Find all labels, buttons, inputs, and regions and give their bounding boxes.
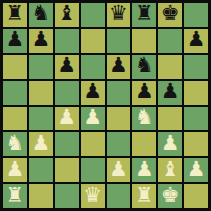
white-pawn-piece[interactable]: ♟ [31,133,50,154]
square-c7[interactable] [55,29,79,53]
square-g2[interactable]: ♝ [158,158,182,182]
square-g6[interactable] [158,55,182,79]
square-b7[interactable]: ♟ [29,29,53,53]
white-pawn-piece[interactable]: ♟ [161,133,180,154]
square-d6[interactable] [81,55,105,79]
square-a5[interactable] [3,81,27,105]
square-c6[interactable]: ♟ [55,55,79,79]
black-rook-piece[interactable]: ♜ [6,3,25,24]
square-h2[interactable]: ♟ [184,158,208,182]
white-pawn-piece[interactable]: ♟ [57,107,76,128]
square-g8[interactable]: ♚ [158,3,182,27]
black-knight-piece[interactable]: ♞ [31,3,50,24]
square-e4[interactable] [107,107,131,131]
black-pawn-piece[interactable]: ♟ [109,55,128,76]
white-bishop-piece[interactable]: ♝ [161,159,180,180]
white-pawn-piece[interactable]: ♟ [6,159,25,180]
black-pawn-piece[interactable]: ♟ [161,81,180,102]
square-h7[interactable]: ♟ [184,29,208,53]
square-f2[interactable]: ♟ [132,158,156,182]
square-h6[interactable] [184,55,208,79]
white-rook-piece[interactable]: ♜ [135,185,154,206]
square-c3[interactable] [55,132,79,156]
square-c5[interactable] [55,81,79,105]
square-b1[interactable] [29,184,53,208]
square-a3[interactable]: ♞ [3,132,27,156]
square-a6[interactable] [3,55,27,79]
square-g4[interactable] [158,107,182,131]
square-b4[interactable] [29,107,53,131]
square-b8[interactable]: ♞ [29,3,53,27]
square-g7[interactable] [158,29,182,53]
black-pawn-piece[interactable]: ♟ [135,81,154,102]
black-queen-piece[interactable]: ♛ [109,3,128,24]
square-e1[interactable] [107,184,131,208]
white-pawn-piece[interactable]: ♟ [83,107,102,128]
black-pawn-piece[interactable]: ♟ [31,29,50,50]
square-e5[interactable] [107,81,131,105]
white-knight-piece[interactable]: ♞ [6,133,25,154]
black-pawn-piece[interactable]: ♟ [83,81,102,102]
square-f3[interactable] [132,132,156,156]
board-frame: ♜♞♝♛♜♚♟♟♟♟♟♞♟♟♟♟♟♞♞♟♟♟♟♟♝♟♜♛♜♚ [0,0,211,211]
white-knight-piece[interactable]: ♞ [135,107,154,128]
square-e6[interactable]: ♟ [107,55,131,79]
square-f1[interactable]: ♜ [132,184,156,208]
square-h3[interactable] [184,132,208,156]
square-a2[interactable]: ♟ [3,158,27,182]
square-h4[interactable] [184,107,208,131]
square-b2[interactable] [29,158,53,182]
square-d4[interactable]: ♟ [81,107,105,131]
square-e8[interactable]: ♛ [107,3,131,27]
square-b5[interactable] [29,81,53,105]
square-c1[interactable] [55,184,79,208]
square-c4[interactable]: ♟ [55,107,79,131]
square-c2[interactable] [55,158,79,182]
square-h5[interactable] [184,81,208,105]
square-a1[interactable]: ♜ [3,184,27,208]
black-pawn-piece[interactable]: ♟ [57,55,76,76]
square-e3[interactable] [107,132,131,156]
black-pawn-piece[interactable]: ♟ [187,29,206,50]
square-f8[interactable]: ♜ [132,3,156,27]
square-h8[interactable] [184,3,208,27]
square-d1[interactable]: ♛ [81,184,105,208]
white-rook-piece[interactable]: ♜ [6,185,25,206]
white-king-piece[interactable]: ♚ [161,185,180,206]
square-e2[interactable]: ♟ [107,158,131,182]
square-a8[interactable]: ♜ [3,3,27,27]
square-d3[interactable] [81,132,105,156]
square-g1[interactable]: ♚ [158,184,182,208]
square-e7[interactable] [107,29,131,53]
square-d2[interactable] [81,158,105,182]
white-pawn-piece[interactable]: ♟ [109,159,128,180]
square-d7[interactable] [81,29,105,53]
square-c8[interactable]: ♝ [55,3,79,27]
white-queen-piece[interactable]: ♛ [83,185,102,206]
square-d5[interactable]: ♟ [81,81,105,105]
black-bishop-piece[interactable]: ♝ [57,3,76,24]
black-pawn-piece[interactable]: ♟ [6,29,25,50]
square-d8[interactable] [81,3,105,27]
square-b3[interactable]: ♟ [29,132,53,156]
square-f5[interactable]: ♟ [132,81,156,105]
white-pawn-piece[interactable]: ♟ [187,159,206,180]
square-b6[interactable] [29,55,53,79]
square-f4[interactable]: ♞ [132,107,156,131]
square-h1[interactable] [184,184,208,208]
square-f7[interactable] [132,29,156,53]
square-g3[interactable]: ♟ [158,132,182,156]
white-pawn-piece[interactable]: ♟ [135,159,154,180]
square-a7[interactable]: ♟ [3,29,27,53]
black-rook-piece[interactable]: ♜ [135,3,154,24]
black-king-piece[interactable]: ♚ [161,3,180,24]
black-knight-piece[interactable]: ♞ [135,55,154,76]
square-a4[interactable] [3,107,27,131]
square-f6[interactable]: ♞ [132,55,156,79]
chess-board: ♜♞♝♛♜♚♟♟♟♟♟♞♟♟♟♟♟♞♞♟♟♟♟♟♝♟♜♛♜♚ [3,3,208,208]
square-g5[interactable]: ♟ [158,81,182,105]
